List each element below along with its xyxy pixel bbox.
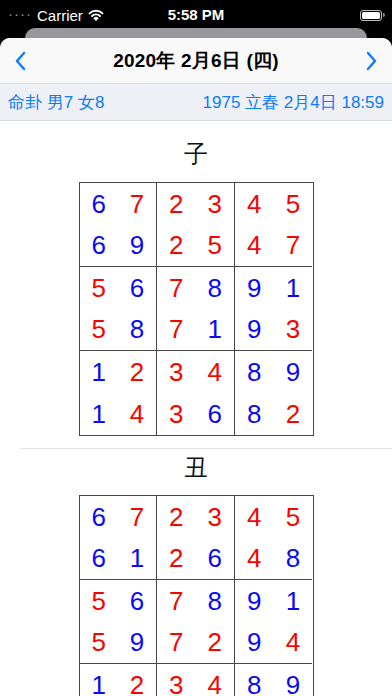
star-number: 1 [286,588,300,614]
chevron-right-icon [366,51,377,71]
palace-cell: 8982 [235,351,313,435]
star-number: 7 [169,629,183,655]
cell-signal-dots-icon: ···· [8,6,32,21]
star-number: 3 [207,191,221,217]
palace-cell: 2326 [157,496,235,580]
ming-gua-label: 命卦 男7 女8 [8,91,104,114]
star-number: 2 [286,401,300,427]
star-number: 1 [91,672,105,696]
star-number: 4 [207,672,221,696]
status-bar: ···· Carrier 5:58 PM [0,0,392,28]
star-number: 3 [169,672,183,696]
star-number: 6 [207,401,221,427]
palace-cell: 5659 [80,580,158,664]
flying-star-board-chou: 676123264548565978729194123489 [79,495,314,696]
star-number: 7 [130,504,144,530]
star-number: 2 [169,504,183,530]
star-number: 3 [286,316,300,342]
palace-cell: 89 [235,664,313,696]
star-number: 9 [130,629,144,655]
star-number: 1 [91,401,105,427]
star-number: 1 [207,316,221,342]
palace-cell: 4547 [235,183,313,267]
star-number: 8 [130,316,144,342]
star-number: 1 [130,545,144,571]
star-number: 5 [207,232,221,258]
solar-term-label: 1975 立春 2月4日 18:59 [203,91,384,114]
star-number: 2 [130,672,144,696]
star-number: 5 [91,275,105,301]
star-number: 4 [247,545,261,571]
star-number: 8 [247,359,261,385]
star-number: 2 [169,232,183,258]
next-day-button[interactable] [351,38,392,83]
star-number: 4 [247,504,261,530]
star-number: 4 [207,359,221,385]
time-label: 5:58 PM [168,6,225,23]
palace-cell: 7872 [157,580,235,664]
star-number: 9 [130,232,144,258]
star-number: 8 [247,401,261,427]
palace-cell: 6761 [80,496,158,580]
charts-scroll-area[interactable]: 子 676923254547565878719193121434368982 丑… [0,141,392,696]
previous-day-button[interactable] [0,38,41,83]
star-number: 2 [169,191,183,217]
section-divider [20,448,392,449]
carrier-label: Carrier [37,7,83,24]
star-number: 7 [169,588,183,614]
star-number: 5 [286,504,300,530]
star-number: 6 [91,191,105,217]
star-number: 7 [169,316,183,342]
star-number: 6 [130,588,144,614]
palace-cell: 4548 [235,496,313,580]
star-number: 7 [286,232,300,258]
star-number: 8 [247,672,261,696]
star-number: 1 [286,275,300,301]
star-number: 8 [286,545,300,571]
star-number: 2 [207,629,221,655]
star-number: 7 [169,275,183,301]
wifi-icon [88,9,104,21]
star-number: 9 [247,588,261,614]
palace-cell: 9193 [235,267,313,351]
chevron-left-icon [15,51,26,71]
star-number: 6 [91,232,105,258]
star-number: 3 [169,359,183,385]
star-number: 9 [247,316,261,342]
star-number: 9 [247,275,261,301]
star-number: 6 [207,545,221,571]
modal-card: 2020年 2月6日 (四) 命卦 男7 女8 1975 立春 2月4日 18:… [0,38,392,696]
star-number: 4 [286,629,300,655]
star-number: 4 [247,191,261,217]
star-number: 4 [247,232,261,258]
star-number: 7 [130,191,144,217]
star-number: 9 [286,672,300,696]
palace-cell: 12 [80,664,158,696]
palace-cell: 9194 [235,580,313,664]
star-number: 5 [91,588,105,614]
palace-cell: 2325 [157,183,235,267]
battery-icon [360,10,382,21]
navigation-bar: 2020年 2月6日 (四) [0,38,392,84]
hour-chart-section-zi: 子 676923254547565878719193121434368982 [0,141,392,436]
star-number: 6 [91,504,105,530]
star-number: 6 [91,545,105,571]
star-number: 9 [286,359,300,385]
palace-cell: 34 [157,664,235,696]
chart-title-chou: 丑 [0,455,392,480]
star-number: 9 [247,629,261,655]
star-number: 5 [91,316,105,342]
star-number: 2 [130,359,144,385]
palace-cell: 3436 [157,351,235,435]
status-bar-right [197,10,386,21]
star-number: 5 [91,629,105,655]
star-number: 4 [130,401,144,427]
flying-star-board-zi: 676923254547565878719193121434368982 [79,182,314,436]
info-bar: 命卦 男7 女8 1975 立春 2月4日 18:59 [0,84,392,121]
star-number: 1 [91,359,105,385]
star-number: 5 [286,191,300,217]
star-number: 2 [169,545,183,571]
star-number: 3 [169,401,183,427]
chart-title-zi: 子 [0,141,392,166]
star-number: 6 [130,275,144,301]
palace-cell: 5658 [80,267,158,351]
palace-cell: 7871 [157,267,235,351]
date-title: 2020年 2月6日 (四) [41,48,351,74]
hour-chart-section-chou: 丑 676123264548565978729194123489 [0,455,392,696]
star-number: 3 [207,504,221,530]
star-number: 8 [207,275,221,301]
palace-cell: 6769 [80,183,158,267]
star-number: 8 [207,588,221,614]
palace-cell: 1214 [80,351,158,435]
